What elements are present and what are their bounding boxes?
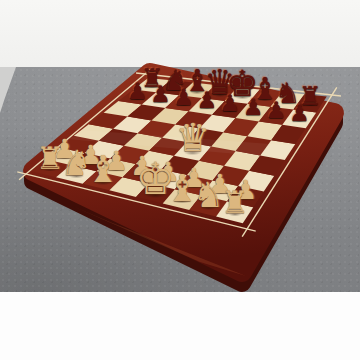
piece-white-rook-h1[interactable]: ♜ xyxy=(221,188,249,219)
piece-black-pawn-a7[interactable]: ♟ xyxy=(127,80,147,103)
product-photo: ♜♞♝♛♚♝♞♜♟♟♟♟♟♟♟♟♛♟♟♟♟♟♟♟♟♜♞♝♚♝♞♜ xyxy=(0,0,360,360)
piece-black-pawn-g7[interactable]: ♟ xyxy=(266,99,286,122)
piece-white-knight-g1[interactable]: ♞ xyxy=(193,178,224,213)
piece-white-queen-e4[interactable]: ♛ xyxy=(175,120,210,159)
piece-black-pawn-h7[interactable]: ♟ xyxy=(289,102,309,125)
piece-black-pawn-b7[interactable]: ♟ xyxy=(150,83,170,106)
piece-black-pawn-d7[interactable]: ♟ xyxy=(197,89,217,112)
piece-black-pawn-e7[interactable]: ♟ xyxy=(220,92,240,115)
piece-black-pawn-f7[interactable]: ♟ xyxy=(243,96,263,119)
piece-white-bishop-c1[interactable]: ♝ xyxy=(86,151,119,188)
piece-black-pawn-c7[interactable]: ♟ xyxy=(173,86,193,109)
